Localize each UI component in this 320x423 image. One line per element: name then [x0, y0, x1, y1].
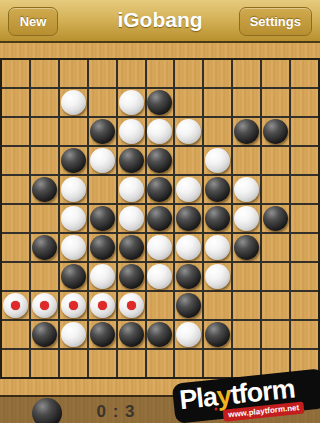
board-cell[interactable] — [147, 176, 174, 203]
white-stone — [147, 235, 172, 260]
board-cell[interactable] — [118, 89, 145, 116]
black-stone — [90, 119, 115, 144]
board-cell[interactable] — [60, 89, 87, 116]
winning-marker-dot — [127, 301, 136, 310]
board-cell[interactable] — [89, 321, 116, 348]
new-game-button[interactable]: New — [8, 7, 58, 36]
board-cell[interactable] — [262, 263, 289, 290]
white-stone — [147, 119, 172, 144]
board-cell[interactable] — [175, 176, 202, 203]
board-cell[interactable] — [60, 263, 87, 290]
black-stone — [147, 177, 172, 202]
board-cell[interactable] — [60, 118, 87, 145]
board-cell[interactable] — [2, 60, 29, 87]
turn-indicator-black-stone — [32, 398, 62, 423]
board-cell[interactable] — [175, 89, 202, 116]
score-text: 0 : 3 — [86, 402, 146, 422]
black-stone — [176, 264, 201, 289]
board-cell[interactable] — [175, 263, 202, 290]
black-stone — [234, 235, 259, 260]
white-stone — [61, 235, 86, 260]
board-cell[interactable] — [204, 292, 231, 319]
board-cell[interactable] — [31, 89, 58, 116]
white-stone — [176, 235, 201, 260]
black-stone — [119, 322, 144, 347]
board-cell[interactable] — [291, 263, 318, 290]
board-cell[interactable] — [89, 234, 116, 261]
white-stone — [61, 177, 86, 202]
board-cell[interactable] — [2, 118, 29, 145]
board-cell[interactable] — [175, 205, 202, 232]
board-cell[interactable] — [147, 263, 174, 290]
board-cell[interactable] — [2, 176, 29, 203]
board-cell[interactable] — [2, 263, 29, 290]
black-stone — [176, 206, 201, 231]
board-cell[interactable] — [262, 60, 289, 87]
board-cell[interactable] — [118, 176, 145, 203]
board-cell[interactable] — [291, 292, 318, 319]
board-cell[interactable] — [204, 147, 231, 174]
board-cell[interactable] — [204, 118, 231, 145]
white-stone — [61, 206, 86, 231]
board-cell[interactable] — [2, 321, 29, 348]
board-cell[interactable] — [147, 234, 174, 261]
board-cell[interactable] — [233, 147, 260, 174]
navigation-bar: New iGobang Settings — [0, 0, 320, 43]
settings-button[interactable]: Settings — [239, 7, 312, 36]
board-cell[interactable] — [262, 321, 289, 348]
board-cell[interactable] — [89, 263, 116, 290]
black-stone — [205, 322, 230, 347]
board-cell[interactable] — [118, 234, 145, 261]
board-cell[interactable] — [233, 234, 260, 261]
board-cell[interactable] — [262, 234, 289, 261]
board-cell[interactable] — [233, 205, 260, 232]
black-stone — [32, 322, 57, 347]
board-cell[interactable] — [31, 60, 58, 87]
board-cell[interactable] — [204, 234, 231, 261]
white-stone — [32, 293, 57, 318]
board-cell[interactable] — [147, 292, 174, 319]
board-cell[interactable] — [60, 350, 87, 377]
white-stone — [119, 206, 144, 231]
board-cell[interactable] — [175, 321, 202, 348]
board-cell[interactable] — [204, 321, 231, 348]
board-cell[interactable] — [262, 176, 289, 203]
black-stone — [90, 235, 115, 260]
white-stone — [90, 148, 115, 173]
board-cell[interactable] — [147, 321, 174, 348]
board-cell[interactable] — [204, 205, 231, 232]
black-stone — [205, 206, 230, 231]
board-cell[interactable] — [31, 350, 58, 377]
white-stone — [119, 90, 144, 115]
board-cell[interactable] — [147, 205, 174, 232]
black-stone — [147, 90, 172, 115]
board-cell[interactable] — [89, 118, 116, 145]
white-stone — [147, 264, 172, 289]
board-cell[interactable] — [233, 118, 260, 145]
board-cell[interactable] — [31, 321, 58, 348]
black-stone — [61, 264, 86, 289]
board-cell[interactable] — [175, 350, 202, 377]
board-cell[interactable] — [262, 118, 289, 145]
board-cell[interactable] — [2, 89, 29, 116]
board-cell[interactable] — [31, 118, 58, 145]
board-cell[interactable] — [118, 147, 145, 174]
board-cell[interactable] — [60, 321, 87, 348]
board-cell[interactable] — [233, 292, 260, 319]
board-cell[interactable] — [31, 292, 58, 319]
black-stone — [147, 322, 172, 347]
board-cell[interactable] — [262, 147, 289, 174]
white-stone — [119, 119, 144, 144]
white-stone — [176, 177, 201, 202]
black-stone — [119, 235, 144, 260]
black-stone — [176, 293, 201, 318]
board-cell[interactable] — [60, 292, 87, 319]
board-cell[interactable] — [2, 147, 29, 174]
board-cell[interactable] — [89, 350, 116, 377]
white-stone — [234, 177, 259, 202]
board-cell[interactable] — [233, 60, 260, 87]
board-cell[interactable] — [291, 89, 318, 116]
board-cell[interactable] — [31, 176, 58, 203]
board-cell[interactable] — [31, 205, 58, 232]
board-cell[interactable] — [175, 292, 202, 319]
black-stone — [147, 148, 172, 173]
board-cell[interactable] — [31, 234, 58, 261]
board-cell[interactable] — [291, 147, 318, 174]
board-cell[interactable] — [2, 350, 29, 377]
black-stone — [263, 119, 288, 144]
black-stone — [119, 148, 144, 173]
board-cell[interactable] — [89, 292, 116, 319]
board-cell[interactable] — [204, 350, 231, 377]
white-stone — [90, 293, 115, 318]
board-cell[interactable] — [60, 60, 87, 87]
black-stone — [119, 264, 144, 289]
board-cell[interactable] — [262, 89, 289, 116]
board-cell[interactable] — [175, 234, 202, 261]
black-stone — [147, 206, 172, 231]
winning-marker-dot — [11, 301, 20, 310]
logo-text-part1: Pla — [178, 382, 218, 416]
board-cell[interactable] — [147, 60, 174, 87]
black-stone — [90, 322, 115, 347]
white-stone — [176, 119, 201, 144]
black-stone — [205, 177, 230, 202]
board-cell[interactable] — [204, 263, 231, 290]
black-stone — [234, 119, 259, 144]
board-cell[interactable] — [60, 205, 87, 232]
board-cell[interactable] — [291, 118, 318, 145]
board-cell[interactable] — [291, 234, 318, 261]
board-cell[interactable] — [60, 234, 87, 261]
board-cell[interactable] — [147, 350, 174, 377]
board-cell[interactable] — [2, 292, 29, 319]
black-stone — [263, 206, 288, 231]
board-cell[interactable] — [204, 89, 231, 116]
board-cell[interactable] — [147, 89, 174, 116]
board-cell[interactable] — [89, 89, 116, 116]
app-screen: New iGobang Settings 0 : 3 Playtform www… — [0, 0, 320, 423]
black-stone — [61, 148, 86, 173]
black-stone — [32, 235, 57, 260]
board-cell[interactable] — [233, 89, 260, 116]
board-cell[interactable] — [2, 234, 29, 261]
board-cell[interactable] — [118, 321, 145, 348]
white-stone — [205, 148, 230, 173]
board-cell[interactable] — [31, 263, 58, 290]
board-cell[interactable] — [60, 176, 87, 203]
white-stone — [176, 322, 201, 347]
board-cell[interactable] — [233, 321, 260, 348]
winning-marker-dot — [69, 301, 78, 310]
board-cell[interactable] — [204, 176, 231, 203]
board-cell[interactable] — [89, 147, 116, 174]
board-cell[interactable] — [118, 350, 145, 377]
board-cell[interactable] — [2, 205, 29, 232]
board-cell[interactable] — [291, 205, 318, 232]
board-cell[interactable] — [233, 176, 260, 203]
white-stone — [205, 264, 230, 289]
white-stone — [234, 206, 259, 231]
winning-marker-dot — [40, 301, 49, 310]
white-stone — [3, 293, 28, 318]
black-stone — [32, 177, 57, 202]
white-stone — [90, 264, 115, 289]
winning-marker-dot — [98, 301, 107, 310]
board — [0, 58, 320, 379]
white-stone — [61, 293, 86, 318]
white-stone — [61, 322, 86, 347]
board-cell[interactable] — [175, 147, 202, 174]
board-cell[interactable] — [175, 60, 202, 87]
white-stone — [119, 177, 144, 202]
board-cell[interactable] — [291, 60, 318, 87]
board-cell[interactable] — [89, 176, 116, 203]
white-stone — [119, 293, 144, 318]
black-stone — [90, 206, 115, 231]
board-cell[interactable] — [31, 147, 58, 174]
board-cell[interactable] — [147, 147, 174, 174]
board-cell[interactable] — [89, 205, 116, 232]
board-cell[interactable] — [89, 60, 116, 87]
board-cell[interactable] — [262, 292, 289, 319]
board-cell[interactable] — [118, 60, 145, 87]
board-cell[interactable] — [291, 321, 318, 348]
board-cell[interactable] — [118, 263, 145, 290]
board-cell[interactable] — [118, 205, 145, 232]
board-cell[interactable] — [262, 205, 289, 232]
board-cell[interactable] — [233, 263, 260, 290]
board-cell[interactable] — [147, 118, 174, 145]
board-cell[interactable] — [60, 147, 87, 174]
white-stone — [205, 235, 230, 260]
white-stone — [61, 90, 86, 115]
board-cell[interactable] — [118, 118, 145, 145]
board-cell[interactable] — [118, 292, 145, 319]
board-cell[interactable] — [291, 176, 318, 203]
board-cell[interactable] — [204, 60, 231, 87]
board-cell[interactable] — [175, 118, 202, 145]
